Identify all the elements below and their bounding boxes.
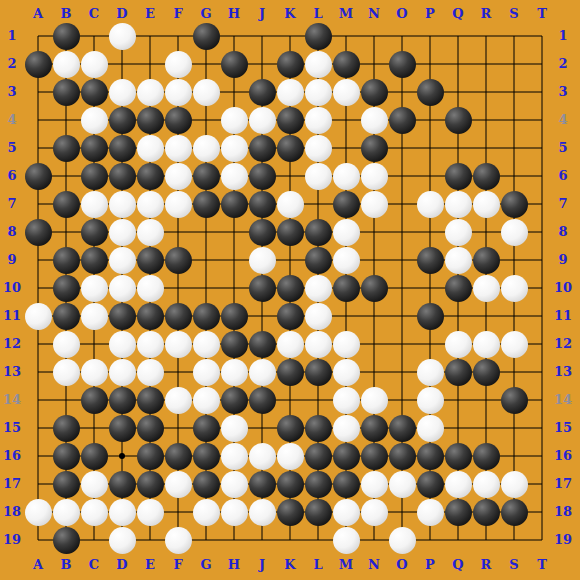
black-stone-P9 xyxy=(417,247,444,274)
black-stone-L15 xyxy=(305,415,332,442)
row-label-left-10: 10 xyxy=(1,280,23,295)
black-stone-J14 xyxy=(249,387,276,414)
white-stone-G13 xyxy=(193,359,220,386)
black-stone-B17 xyxy=(53,471,80,498)
row-label-right-8: 8 xyxy=(552,224,574,239)
black-stone-E14 xyxy=(137,387,164,414)
row-label-right-14: 14 xyxy=(552,392,574,407)
col-label-top-C: C xyxy=(83,6,105,21)
black-stone-K4 xyxy=(277,107,304,134)
black-stone-C14 xyxy=(81,387,108,414)
white-stone-E12 xyxy=(137,331,164,358)
white-stone-F6 xyxy=(165,163,192,190)
white-stone-E7 xyxy=(137,191,164,218)
black-stone-Q13 xyxy=(445,359,472,386)
black-stone-K15 xyxy=(277,415,304,442)
white-stone-P13 xyxy=(417,359,444,386)
black-stone-A2 xyxy=(25,51,52,78)
black-stone-F9 xyxy=(165,247,192,274)
white-stone-M9 xyxy=(333,247,360,274)
white-stone-E5 xyxy=(137,135,164,162)
black-stone-B3 xyxy=(53,79,80,106)
black-stone-E6 xyxy=(137,163,164,190)
white-stone-D13 xyxy=(109,359,136,386)
black-stone-F16 xyxy=(165,443,192,470)
white-stone-G5 xyxy=(193,135,220,162)
black-stone-D17 xyxy=(109,471,136,498)
white-stone-H18 xyxy=(221,499,248,526)
black-stone-R6 xyxy=(473,163,500,190)
white-stone-E18 xyxy=(137,499,164,526)
black-stone-M10 xyxy=(333,275,360,302)
col-label-top-R: R xyxy=(475,6,497,21)
black-stone-G17 xyxy=(193,471,220,498)
black-stone-B19 xyxy=(53,527,80,554)
white-stone-D7 xyxy=(109,191,136,218)
black-stone-A8 xyxy=(25,219,52,246)
black-stone-F11 xyxy=(165,303,192,330)
col-label-top-T: T xyxy=(531,6,553,21)
row-label-left-1: 1 xyxy=(1,28,23,43)
black-stone-E17 xyxy=(137,471,164,498)
col-label-bottom-S: S xyxy=(503,557,525,572)
black-stone-K2 xyxy=(277,51,304,78)
white-stone-H17 xyxy=(221,471,248,498)
black-stone-R16 xyxy=(473,443,500,470)
black-stone-E11 xyxy=(137,303,164,330)
black-stone-Q10 xyxy=(445,275,472,302)
black-stone-C3 xyxy=(81,79,108,106)
white-stone-Q9 xyxy=(445,247,472,274)
white-stone-F5 xyxy=(165,135,192,162)
col-label-bottom-T: T xyxy=(531,557,553,572)
black-stone-K5 xyxy=(277,135,304,162)
col-label-bottom-A: A xyxy=(27,557,49,572)
white-stone-M8 xyxy=(333,219,360,246)
white-stone-M3 xyxy=(333,79,360,106)
white-stone-K16 xyxy=(277,443,304,470)
black-stone-Q6 xyxy=(445,163,472,190)
black-stone-S18 xyxy=(501,499,528,526)
white-stone-R17 xyxy=(473,471,500,498)
row-label-left-5: 5 xyxy=(1,140,23,155)
row-label-left-4: 4 xyxy=(1,112,23,127)
black-stone-L18 xyxy=(305,499,332,526)
white-stone-A11 xyxy=(25,303,52,330)
row-label-left-11: 11 xyxy=(1,308,23,323)
col-label-bottom-B: B xyxy=(55,557,77,572)
white-stone-C18 xyxy=(81,499,108,526)
black-stone-H14 xyxy=(221,387,248,414)
white-stone-H5 xyxy=(221,135,248,162)
black-stone-L13 xyxy=(305,359,332,386)
white-stone-M14 xyxy=(333,387,360,414)
black-stone-H12 xyxy=(221,331,248,358)
black-stone-J17 xyxy=(249,471,276,498)
row-label-right-6: 6 xyxy=(552,168,574,183)
white-stone-R7 xyxy=(473,191,500,218)
white-stone-A18 xyxy=(25,499,52,526)
black-stone-J10 xyxy=(249,275,276,302)
white-stone-C17 xyxy=(81,471,108,498)
white-stone-E8 xyxy=(137,219,164,246)
black-stone-D6 xyxy=(109,163,136,190)
row-label-right-12: 12 xyxy=(552,336,574,351)
white-stone-P15 xyxy=(417,415,444,442)
white-stone-P14 xyxy=(417,387,444,414)
white-stone-J9 xyxy=(249,247,276,274)
white-stone-N7 xyxy=(361,191,388,218)
white-stone-L6 xyxy=(305,163,332,190)
white-stone-H16 xyxy=(221,443,248,470)
white-stone-M13 xyxy=(333,359,360,386)
black-stone-P3 xyxy=(417,79,444,106)
white-stone-F7 xyxy=(165,191,192,218)
col-label-bottom-Q: Q xyxy=(447,557,469,572)
white-stone-Q7 xyxy=(445,191,472,218)
black-stone-H11 xyxy=(221,303,248,330)
black-stone-L9 xyxy=(305,247,332,274)
col-label-bottom-M: M xyxy=(335,557,357,572)
row-label-right-17: 17 xyxy=(552,476,574,491)
white-stone-G18 xyxy=(193,499,220,526)
black-stone-E15 xyxy=(137,415,164,442)
black-stone-D5 xyxy=(109,135,136,162)
row-label-right-7: 7 xyxy=(552,196,574,211)
row-label-right-1: 1 xyxy=(552,28,574,43)
white-stone-S12 xyxy=(501,331,528,358)
white-stone-L5 xyxy=(305,135,332,162)
col-label-top-Q: Q xyxy=(447,6,469,21)
black-stone-C8 xyxy=(81,219,108,246)
white-stone-O19 xyxy=(389,527,416,554)
white-stone-G3 xyxy=(193,79,220,106)
black-stone-O4 xyxy=(389,107,416,134)
black-stone-D15 xyxy=(109,415,136,442)
white-stone-D1 xyxy=(109,23,136,50)
col-label-bottom-O: O xyxy=(391,557,413,572)
white-stone-M15 xyxy=(333,415,360,442)
white-stone-F3 xyxy=(165,79,192,106)
row-label-left-7: 7 xyxy=(1,196,23,211)
col-label-top-L: L xyxy=(307,6,329,21)
white-stone-J4 xyxy=(249,107,276,134)
black-stone-K18 xyxy=(277,499,304,526)
black-stone-F4 xyxy=(165,107,192,134)
black-stone-N3 xyxy=(361,79,388,106)
black-stone-B1 xyxy=(53,23,80,50)
col-label-top-M: M xyxy=(335,6,357,21)
white-stone-F14 xyxy=(165,387,192,414)
black-stone-K11 xyxy=(277,303,304,330)
black-stone-O15 xyxy=(389,415,416,442)
row-label-left-19: 19 xyxy=(1,532,23,547)
white-stone-F2 xyxy=(165,51,192,78)
black-stone-G15 xyxy=(193,415,220,442)
row-label-left-9: 9 xyxy=(1,252,23,267)
row-label-right-2: 2 xyxy=(552,56,574,71)
black-stone-S7 xyxy=(501,191,528,218)
black-stone-M17 xyxy=(333,471,360,498)
black-stone-N15 xyxy=(361,415,388,442)
black-stone-J6 xyxy=(249,163,276,190)
row-label-left-2: 2 xyxy=(1,56,23,71)
black-stone-A6 xyxy=(25,163,52,190)
black-stone-N10 xyxy=(361,275,388,302)
white-stone-M19 xyxy=(333,527,360,554)
black-stone-G6 xyxy=(193,163,220,190)
black-stone-G1 xyxy=(193,23,220,50)
col-label-top-G: G xyxy=(195,6,217,21)
black-stone-C5 xyxy=(81,135,108,162)
col-label-bottom-K: K xyxy=(279,557,301,572)
black-stone-P11 xyxy=(417,303,444,330)
white-stone-J16 xyxy=(249,443,276,470)
white-stone-C10 xyxy=(81,275,108,302)
black-stone-E16 xyxy=(137,443,164,470)
white-stone-R10 xyxy=(473,275,500,302)
white-stone-L3 xyxy=(305,79,332,106)
col-label-top-A: A xyxy=(27,6,49,21)
col-label-top-B: B xyxy=(55,6,77,21)
black-stone-D11 xyxy=(109,303,136,330)
black-stone-J12 xyxy=(249,331,276,358)
white-stone-R12 xyxy=(473,331,500,358)
white-stone-D10 xyxy=(109,275,136,302)
row-label-right-11: 11 xyxy=(552,308,574,323)
col-label-top-O: O xyxy=(391,6,413,21)
black-stone-H2 xyxy=(221,51,248,78)
row-label-left-18: 18 xyxy=(1,504,23,519)
white-stone-O17 xyxy=(389,471,416,498)
row-label-right-15: 15 xyxy=(552,420,574,435)
white-stone-D18 xyxy=(109,499,136,526)
black-stone-L16 xyxy=(305,443,332,470)
white-stone-K3 xyxy=(277,79,304,106)
white-stone-N18 xyxy=(361,499,388,526)
black-stone-M16 xyxy=(333,443,360,470)
white-stone-B13 xyxy=(53,359,80,386)
col-label-top-E: E xyxy=(139,6,161,21)
black-stone-M2 xyxy=(333,51,360,78)
white-stone-M18 xyxy=(333,499,360,526)
col-label-top-S: S xyxy=(503,6,525,21)
white-stone-F12 xyxy=(165,331,192,358)
black-stone-O16 xyxy=(389,443,416,470)
black-stone-B9 xyxy=(53,247,80,274)
white-stone-H13 xyxy=(221,359,248,386)
white-stone-L12 xyxy=(305,331,332,358)
black-stone-C16 xyxy=(81,443,108,470)
col-label-top-K: K xyxy=(279,6,301,21)
row-label-left-15: 15 xyxy=(1,420,23,435)
white-stone-L11 xyxy=(305,303,332,330)
col-label-bottom-L: L xyxy=(307,557,329,572)
white-stone-K7 xyxy=(277,191,304,218)
white-stone-D8 xyxy=(109,219,136,246)
white-stone-F19 xyxy=(165,527,192,554)
black-stone-B11 xyxy=(53,303,80,330)
white-stone-E10 xyxy=(137,275,164,302)
black-stone-G11 xyxy=(193,303,220,330)
col-label-bottom-D: D xyxy=(111,557,133,572)
row-label-right-10: 10 xyxy=(552,280,574,295)
col-label-top-J: J xyxy=(251,6,273,21)
black-stone-K17 xyxy=(277,471,304,498)
white-stone-J13 xyxy=(249,359,276,386)
black-stone-Q18 xyxy=(445,499,472,526)
black-stone-D14 xyxy=(109,387,136,414)
black-stone-E9 xyxy=(137,247,164,274)
col-label-bottom-N: N xyxy=(363,557,385,572)
white-stone-S17 xyxy=(501,471,528,498)
white-stone-L2 xyxy=(305,51,332,78)
black-stone-R18 xyxy=(473,499,500,526)
row-label-left-17: 17 xyxy=(1,476,23,491)
black-stone-G7 xyxy=(193,191,220,218)
white-stone-P18 xyxy=(417,499,444,526)
white-stone-B18 xyxy=(53,499,80,526)
black-stone-J8 xyxy=(249,219,276,246)
row-label-right-9: 9 xyxy=(552,252,574,267)
row-label-left-8: 8 xyxy=(1,224,23,239)
white-stone-S8 xyxy=(501,219,528,246)
white-stone-G14 xyxy=(193,387,220,414)
row-label-right-4: 4 xyxy=(552,112,574,127)
row-label-left-13: 13 xyxy=(1,364,23,379)
white-stone-D3 xyxy=(109,79,136,106)
black-stone-M7 xyxy=(333,191,360,218)
white-stone-Q17 xyxy=(445,471,472,498)
black-stone-O2 xyxy=(389,51,416,78)
white-stone-C7 xyxy=(81,191,108,218)
black-stone-D4 xyxy=(109,107,136,134)
col-label-bottom-E: E xyxy=(139,557,161,572)
black-stone-K13 xyxy=(277,359,304,386)
black-stone-C6 xyxy=(81,163,108,190)
black-stone-R9 xyxy=(473,247,500,274)
black-stone-L1 xyxy=(305,23,332,50)
black-stone-B5 xyxy=(53,135,80,162)
row-label-left-12: 12 xyxy=(1,336,23,351)
row-label-left-3: 3 xyxy=(1,84,23,99)
row-label-right-18: 18 xyxy=(552,504,574,519)
black-stone-Q4 xyxy=(445,107,472,134)
white-stone-E13 xyxy=(137,359,164,386)
white-stone-P7 xyxy=(417,191,444,218)
col-label-bottom-R: R xyxy=(475,557,497,572)
star-point-D16 xyxy=(119,453,125,459)
col-label-top-P: P xyxy=(419,6,441,21)
white-stone-S10 xyxy=(501,275,528,302)
white-stone-E3 xyxy=(137,79,164,106)
col-label-top-F: F xyxy=(167,6,189,21)
black-stone-K10 xyxy=(277,275,304,302)
row-label-right-3: 3 xyxy=(552,84,574,99)
white-stone-C4 xyxy=(81,107,108,134)
black-stone-N5 xyxy=(361,135,388,162)
white-stone-L4 xyxy=(305,107,332,134)
black-stone-H7 xyxy=(221,191,248,218)
row-label-right-13: 13 xyxy=(552,364,574,379)
white-stone-L10 xyxy=(305,275,332,302)
black-stone-J7 xyxy=(249,191,276,218)
black-stone-L17 xyxy=(305,471,332,498)
white-stone-D9 xyxy=(109,247,136,274)
col-label-bottom-F: F xyxy=(167,557,189,572)
black-stone-P17 xyxy=(417,471,444,498)
black-stone-B10 xyxy=(53,275,80,302)
black-stone-S14 xyxy=(501,387,528,414)
white-stone-B2 xyxy=(53,51,80,78)
white-stone-N14 xyxy=(361,387,388,414)
col-label-top-D: D xyxy=(111,6,133,21)
white-stone-K12 xyxy=(277,331,304,358)
white-stone-H4 xyxy=(221,107,248,134)
white-stone-F17 xyxy=(165,471,192,498)
black-stone-K8 xyxy=(277,219,304,246)
black-stone-P16 xyxy=(417,443,444,470)
row-label-right-19: 19 xyxy=(552,532,574,547)
col-label-bottom-P: P xyxy=(419,557,441,572)
goban[interactable]: ABCDEFGHJKLMNOPQRST ABCDEFGHJKLMNOPQRST … xyxy=(0,0,580,580)
col-label-top-H: H xyxy=(223,6,245,21)
white-stone-G12 xyxy=(193,331,220,358)
white-stone-D19 xyxy=(109,527,136,554)
white-stone-M12 xyxy=(333,331,360,358)
black-stone-B16 xyxy=(53,443,80,470)
black-stone-J5 xyxy=(249,135,276,162)
row-label-left-6: 6 xyxy=(1,168,23,183)
black-stone-L8 xyxy=(305,219,332,246)
col-label-top-N: N xyxy=(363,6,385,21)
white-stone-Q12 xyxy=(445,331,472,358)
row-label-right-16: 16 xyxy=(552,448,574,463)
row-label-right-5: 5 xyxy=(552,140,574,155)
col-label-bottom-G: G xyxy=(195,557,217,572)
white-stone-H15 xyxy=(221,415,248,442)
col-label-bottom-J: J xyxy=(251,557,273,572)
black-stone-B7 xyxy=(53,191,80,218)
white-stone-N4 xyxy=(361,107,388,134)
black-stone-C9 xyxy=(81,247,108,274)
col-label-bottom-C: C xyxy=(83,557,105,572)
white-stone-C2 xyxy=(81,51,108,78)
row-label-left-16: 16 xyxy=(1,448,23,463)
white-stone-N6 xyxy=(361,163,388,190)
white-stone-H6 xyxy=(221,163,248,190)
white-stone-C13 xyxy=(81,359,108,386)
black-stone-N16 xyxy=(361,443,388,470)
white-stone-B12 xyxy=(53,331,80,358)
col-label-bottom-H: H xyxy=(223,557,245,572)
black-stone-E4 xyxy=(137,107,164,134)
row-label-left-14: 14 xyxy=(1,392,23,407)
black-stone-G16 xyxy=(193,443,220,470)
black-stone-Q16 xyxy=(445,443,472,470)
white-stone-C11 xyxy=(81,303,108,330)
white-stone-N17 xyxy=(361,471,388,498)
white-stone-J18 xyxy=(249,499,276,526)
white-stone-Q8 xyxy=(445,219,472,246)
black-stone-R13 xyxy=(473,359,500,386)
white-stone-D12 xyxy=(109,331,136,358)
white-stone-M6 xyxy=(333,163,360,190)
black-stone-J3 xyxy=(249,79,276,106)
black-stone-B15 xyxy=(53,415,80,442)
